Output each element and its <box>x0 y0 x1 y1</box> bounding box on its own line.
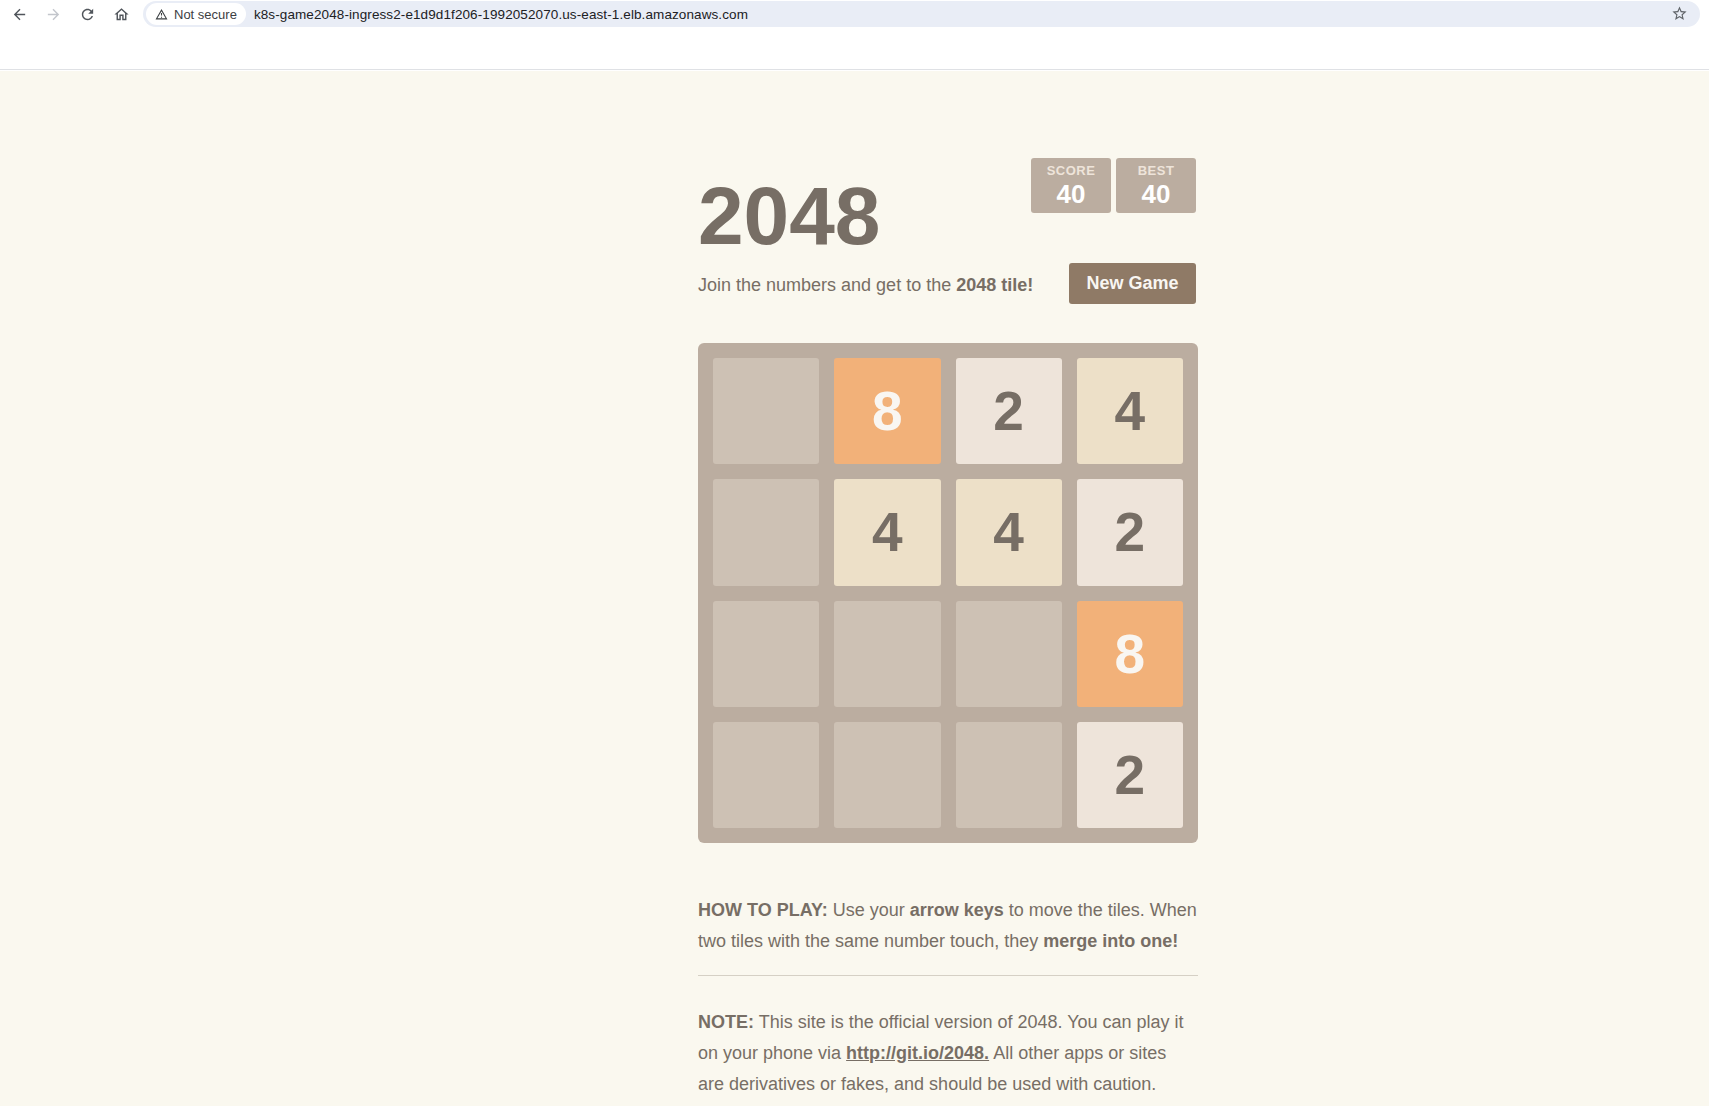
bold-text: merge into one! <box>1043 931 1178 951</box>
reload-button[interactable] <box>75 2 99 26</box>
tile-cell: 4 <box>1077 358 1183 464</box>
text-segment: are derivatives or fakes, and should be … <box>698 1074 1156 1094</box>
page-background: 2048 SCORE 40 BEST 40 Join the numbers a… <box>0 71 1709 1106</box>
tile-cell <box>834 601 940 707</box>
not-secure-badge[interactable]: Not secure <box>146 3 246 25</box>
text-segment: to move the tiles. When <box>1004 900 1197 920</box>
tile-cell: 4 <box>956 479 1062 585</box>
best-label: BEST <box>1138 164 1175 177</box>
tile-cell <box>713 358 819 464</box>
game-board: 8 2 4 4 4 2 8 2 <box>698 343 1198 843</box>
home-icon <box>113 6 130 23</box>
tile-cell <box>956 722 1062 828</box>
back-icon <box>11 6 28 23</box>
bold-text: arrow keys <box>910 900 1004 920</box>
text-segment: This site is the official version of 204… <box>754 1012 1184 1032</box>
tile-cell <box>713 479 819 585</box>
how-to-play-text: HOW TO PLAY: Use your arrow keys to move… <box>698 895 1278 957</box>
best-box: BEST 40 <box>1116 158 1196 213</box>
back-button[interactable] <box>7 2 31 26</box>
note-text: NOTE: This site is the official version … <box>698 1007 1278 1100</box>
not-secure-label: Not secure <box>174 7 237 22</box>
text-segment: Join the numbers and get to the <box>698 275 956 295</box>
url-text: k8s-game2048-ingress2-e1d9d1f206-1992052… <box>254 7 748 22</box>
tile-cell: 2 <box>956 358 1062 464</box>
bold-text: 2048 tile! <box>956 275 1033 295</box>
divider <box>698 975 1198 976</box>
score-value: 40 <box>1057 181 1086 207</box>
tile-cell: 2 <box>1077 722 1183 828</box>
bold-text: NOTE: <box>698 1012 754 1032</box>
warning-icon <box>155 8 168 21</box>
tile-cell <box>713 722 819 828</box>
text-segment: All other apps or sites <box>989 1043 1166 1063</box>
score-box: SCORE 40 <box>1031 158 1111 213</box>
tile-cell: 2 <box>1077 479 1183 585</box>
tile-cell: 4 <box>834 479 940 585</box>
bookmark-star-button[interactable] <box>1670 5 1688 23</box>
game-container: 2048 SCORE 40 BEST 40 Join the numbers a… <box>698 71 1198 1106</box>
text-segment: Use your <box>828 900 910 920</box>
page-title: 2048 <box>698 175 880 257</box>
address-bar[interactable]: Not secure k8s-game2048-ingress2-e1d9d1f… <box>143 1 1700 27</box>
bold-text: HOW TO PLAY: <box>698 900 828 920</box>
browser-toolbar: Not secure k8s-game2048-ingress2-e1d9d1f… <box>0 0 1709 28</box>
reload-icon <box>79 6 96 23</box>
tile-cell <box>713 601 819 707</box>
score-panel: SCORE 40 BEST 40 <box>1031 158 1196 213</box>
tile-cell <box>956 601 1062 707</box>
text-segment: two tiles with the same number touch, th… <box>698 931 1043 951</box>
git-io-link[interactable]: http://git.io/2048. <box>846 1043 989 1063</box>
browser-chrome: Not secure k8s-game2048-ingress2-e1d9d1f… <box>0 0 1709 70</box>
tile-cell: 8 <box>834 358 940 464</box>
score-label: SCORE <box>1047 164 1096 177</box>
forward-icon <box>45 6 62 23</box>
tagline: Join the numbers and get to the 2048 til… <box>698 270 1033 301</box>
tile-cell <box>834 722 940 828</box>
home-button[interactable] <box>109 2 133 26</box>
forward-button[interactable] <box>41 2 65 26</box>
bookmark-star-icon <box>1671 5 1688 22</box>
best-value: 40 <box>1142 181 1171 207</box>
new-game-button[interactable]: New Game <box>1069 263 1196 304</box>
tile-cell: 8 <box>1077 601 1183 707</box>
text-segment: on your phone via <box>698 1043 846 1063</box>
